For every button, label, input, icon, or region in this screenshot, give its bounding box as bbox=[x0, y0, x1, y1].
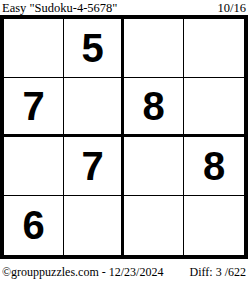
cell-r2c3-given-8[interactable]: 8 bbox=[124, 78, 184, 137]
cell-r1c3-empty[interactable] bbox=[124, 19, 184, 78]
puzzle-header: Easy "Sudoku-4-5678" 10/16 bbox=[0, 0, 248, 15]
sudoku-board: 578786 bbox=[0, 15, 248, 259]
cell-r1c2-given-5[interactable]: 5 bbox=[64, 19, 124, 78]
difficulty-text: Diff: 3 /622 bbox=[190, 266, 246, 279]
cell-r2c1-given-7[interactable]: 7 bbox=[4, 78, 64, 137]
cell-r2c4-empty[interactable] bbox=[184, 78, 244, 137]
cell-r3c1-empty[interactable] bbox=[4, 137, 64, 196]
cell-r4c4-empty[interactable] bbox=[184, 196, 244, 255]
cell-r3c3-empty[interactable] bbox=[124, 137, 184, 196]
puzzle-page: Easy "Sudoku-4-5678" 10/16 578786 ©group… bbox=[0, 0, 248, 282]
cell-r2c2-empty[interactable] bbox=[64, 78, 124, 137]
cell-r4c3-empty[interactable] bbox=[124, 196, 184, 255]
cell-r3c2-given-7[interactable]: 7 bbox=[64, 137, 124, 196]
cell-r4c1-given-6[interactable]: 6 bbox=[4, 196, 64, 255]
puzzle-footer: ©grouppuzzles.com - 12/23/2024 Diff: 3 /… bbox=[0, 266, 248, 279]
page-number: 10/16 bbox=[218, 1, 246, 15]
puzzle-title: Easy "Sudoku-4-5678" bbox=[2, 1, 117, 15]
cell-r4c2-empty[interactable] bbox=[64, 196, 124, 255]
cell-r3c4-given-8[interactable]: 8 bbox=[184, 137, 244, 196]
cell-r1c4-empty[interactable] bbox=[184, 19, 244, 78]
cell-r1c1-empty[interactable] bbox=[4, 19, 64, 78]
copyright-text: ©grouppuzzles.com - 12/23/2024 bbox=[2, 266, 163, 279]
